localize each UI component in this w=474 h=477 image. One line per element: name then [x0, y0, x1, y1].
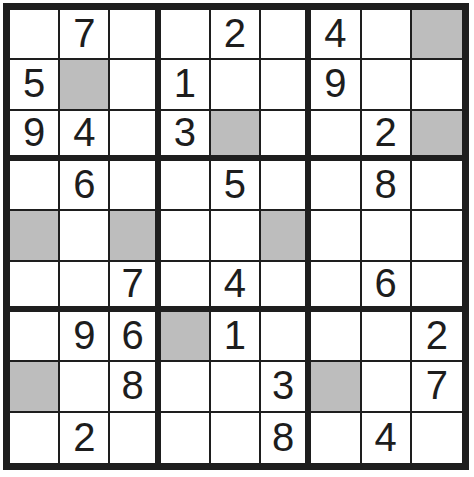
cell-r3c8[interactable]: 2 [362, 111, 412, 161]
clue-digit: 2 [375, 112, 397, 152]
clue-digit: 2 [426, 315, 448, 355]
cell-r4c4[interactable] [161, 161, 211, 211]
cell-r1c2[interactable]: 7 [60, 10, 110, 60]
cell-r9c3[interactable] [110, 413, 160, 463]
cell-r7c7[interactable] [311, 312, 361, 362]
cell-r7c5[interactable]: 1 [211, 312, 261, 362]
cell-r7c1[interactable] [10, 312, 60, 362]
clue-digit: 4 [324, 13, 346, 53]
clue-digit: 1 [174, 63, 196, 103]
clue-digit: 4 [73, 112, 95, 152]
cell-r2c5[interactable] [211, 60, 261, 110]
cell-r6c6[interactable] [261, 262, 311, 312]
clue-digit: 8 [272, 417, 294, 457]
cell-r1c6[interactable] [261, 10, 311, 60]
cell-r8c7[interactable] [311, 362, 361, 412]
cell-r2c9[interactable] [412, 60, 462, 110]
clue-digit: 2 [224, 13, 246, 53]
cell-r4c1[interactable] [10, 161, 60, 211]
cell-r5c3[interactable] [110, 211, 160, 261]
cell-r4c8[interactable]: 8 [362, 161, 412, 211]
cell-r9c8[interactable]: 4 [362, 413, 412, 463]
cell-r7c6[interactable] [261, 312, 311, 362]
clue-digit: 5 [224, 164, 246, 204]
clue-digit: 2 [73, 417, 95, 457]
cell-r7c2[interactable]: 9 [60, 312, 110, 362]
cell-r7c4[interactable] [161, 312, 211, 362]
cell-r7c8[interactable] [362, 312, 412, 362]
cell-r9c9[interactable] [412, 413, 462, 463]
cell-r3c4[interactable]: 3 [161, 111, 211, 161]
cell-r3c5[interactable] [211, 111, 261, 161]
cell-r3c9[interactable] [412, 111, 462, 161]
cell-r2c1[interactable]: 5 [10, 60, 60, 110]
cell-r8c8[interactable] [362, 362, 412, 412]
cell-r4c5[interactable]: 5 [211, 161, 261, 211]
clue-digit: 6 [73, 164, 95, 204]
cell-r5c2[interactable] [60, 211, 110, 261]
cell-r6c2[interactable] [60, 262, 110, 312]
cell-r6c8[interactable]: 6 [362, 262, 412, 312]
cell-r6c4[interactable] [161, 262, 211, 312]
clue-digit: 4 [224, 263, 246, 303]
cell-r8c9[interactable]: 7 [412, 362, 462, 412]
cell-r5c4[interactable] [161, 211, 211, 261]
cell-r8c5[interactable] [211, 362, 261, 412]
clue-digit: 8 [121, 365, 143, 405]
clue-digit: 7 [73, 13, 95, 53]
cell-r6c1[interactable] [10, 262, 60, 312]
clue-digit: 6 [375, 263, 397, 303]
cell-r6c7[interactable] [311, 262, 361, 312]
cell-r3c3[interactable] [110, 111, 160, 161]
cell-r1c9[interactable] [412, 10, 462, 60]
cell-r8c2[interactable] [60, 362, 110, 412]
cell-r5c8[interactable] [362, 211, 412, 261]
cell-r4c9[interactable] [412, 161, 462, 211]
clue-digit: 9 [324, 63, 346, 103]
cell-r2c8[interactable] [362, 60, 412, 110]
clue-digit: 1 [224, 315, 246, 355]
cell-r1c4[interactable] [161, 10, 211, 60]
cell-r8c3[interactable]: 8 [110, 362, 160, 412]
cell-r6c9[interactable] [412, 262, 462, 312]
clue-digit: 9 [73, 315, 95, 355]
cell-r2c6[interactable] [261, 60, 311, 110]
cell-r2c7[interactable]: 9 [311, 60, 361, 110]
cell-r6c3[interactable]: 7 [110, 262, 160, 312]
cell-r4c2[interactable]: 6 [60, 161, 110, 211]
sudoku-board: 72451994326587469612837284 [3, 3, 469, 470]
cell-r9c2[interactable]: 2 [60, 413, 110, 463]
clue-digit: 7 [426, 365, 448, 405]
cell-r5c9[interactable] [412, 211, 462, 261]
clue-digit: 3 [174, 112, 196, 152]
cell-r1c7[interactable]: 4 [311, 10, 361, 60]
cell-r3c2[interactable]: 4 [60, 111, 110, 161]
cell-r9c4[interactable] [161, 413, 211, 463]
cell-r2c4[interactable]: 1 [161, 60, 211, 110]
cell-r3c6[interactable] [261, 111, 311, 161]
clue-digit: 5 [23, 63, 45, 103]
cell-r1c3[interactable] [110, 10, 160, 60]
cell-r9c1[interactable] [10, 413, 60, 463]
cell-r3c1[interactable]: 9 [10, 111, 60, 161]
cell-r7c3[interactable]: 6 [110, 312, 160, 362]
clue-digit: 3 [272, 365, 294, 405]
cell-r6c5[interactable]: 4 [211, 262, 261, 312]
cell-r1c5[interactable]: 2 [211, 10, 261, 60]
clue-digit: 4 [375, 417, 397, 457]
cell-r7c9[interactable]: 2 [412, 312, 462, 362]
cell-r1c1[interactable] [10, 10, 60, 60]
cell-r8c1[interactable] [10, 362, 60, 412]
cell-r8c6[interactable]: 3 [261, 362, 311, 412]
cell-r9c6[interactable]: 8 [261, 413, 311, 463]
cell-r8c4[interactable] [161, 362, 211, 412]
cell-r5c6[interactable] [261, 211, 311, 261]
cell-r4c6[interactable] [261, 161, 311, 211]
cell-r9c5[interactable] [211, 413, 261, 463]
clue-digit: 9 [23, 112, 45, 152]
cell-r5c7[interactable] [311, 211, 361, 261]
clue-digit: 8 [375, 164, 397, 204]
clue-digit: 6 [121, 315, 143, 355]
cell-r5c5[interactable] [211, 211, 261, 261]
cell-r3c7[interactable] [311, 111, 361, 161]
cell-r4c3[interactable] [110, 161, 160, 211]
cell-r4c7[interactable] [311, 161, 361, 211]
cell-r1c8[interactable] [362, 10, 412, 60]
cell-r9c7[interactable] [311, 413, 361, 463]
cell-r2c2[interactable] [60, 60, 110, 110]
cell-r5c1[interactable] [10, 211, 60, 261]
cell-r2c3[interactable] [110, 60, 160, 110]
clue-digit: 7 [121, 263, 143, 303]
